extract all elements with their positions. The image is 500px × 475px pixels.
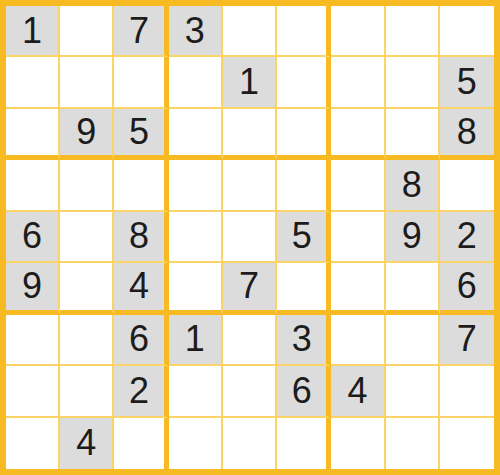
cell-r9c1[interactable]: [6, 418, 60, 469]
cell-r8c6: 6: [277, 366, 331, 417]
cell-r7c1[interactable]: [6, 315, 60, 366]
cell-r5c1: 6: [6, 212, 60, 263]
cell-r3c4[interactable]: [169, 109, 223, 160]
cell-r9c9[interactable]: [440, 418, 494, 469]
cell-r3c5[interactable]: [223, 109, 277, 160]
cell-r2c5: 1: [223, 57, 277, 108]
cell-r5c5[interactable]: [223, 212, 277, 263]
cell-r7c6: 3: [277, 315, 331, 366]
cell-r6c7[interactable]: [331, 263, 385, 314]
cell-r9c2: 4: [60, 418, 114, 469]
cell-r9c3[interactable]: [114, 418, 168, 469]
cell-r5c8: 9: [386, 212, 440, 263]
cell-r8c1[interactable]: [6, 366, 60, 417]
cell-r4c7[interactable]: [331, 160, 385, 211]
cell-r1c6[interactable]: [277, 6, 331, 57]
cell-r4c6[interactable]: [277, 160, 331, 211]
cell-r8c9[interactable]: [440, 366, 494, 417]
cell-r3c9: 8: [440, 109, 494, 160]
cell-r1c4: 3: [169, 6, 223, 57]
cell-r6c2[interactable]: [60, 263, 114, 314]
cell-r6c3: 4: [114, 263, 168, 314]
cell-r2c9: 5: [440, 57, 494, 108]
cell-r3c2: 9: [60, 109, 114, 160]
cell-r4c9[interactable]: [440, 160, 494, 211]
cell-r7c2[interactable]: [60, 315, 114, 366]
cell-r3c1[interactable]: [6, 109, 60, 160]
cell-r4c4[interactable]: [169, 160, 223, 211]
cell-r1c9[interactable]: [440, 6, 494, 57]
cell-r9c4[interactable]: [169, 418, 223, 469]
cell-r4c1[interactable]: [6, 160, 60, 211]
cell-r7c9: 7: [440, 315, 494, 366]
cell-r2c2[interactable]: [60, 57, 114, 108]
cell-r8c3: 2: [114, 366, 168, 417]
cell-r4c5[interactable]: [223, 160, 277, 211]
cell-r4c3[interactable]: [114, 160, 168, 211]
cell-r9c5[interactable]: [223, 418, 277, 469]
cell-r9c7[interactable]: [331, 418, 385, 469]
cell-r2c1[interactable]: [6, 57, 60, 108]
cell-r6c4[interactable]: [169, 263, 223, 314]
cell-r5c7[interactable]: [331, 212, 385, 263]
cell-r6c8[interactable]: [386, 263, 440, 314]
cell-r1c1: 1: [6, 6, 60, 57]
cell-r7c3: 6: [114, 315, 168, 366]
cell-r5c2[interactable]: [60, 212, 114, 263]
cell-r6c6[interactable]: [277, 263, 331, 314]
cell-r5c4[interactable]: [169, 212, 223, 263]
cell-r1c5[interactable]: [223, 6, 277, 57]
cell-r7c7[interactable]: [331, 315, 385, 366]
cell-r2c7[interactable]: [331, 57, 385, 108]
cell-r4c2[interactable]: [60, 160, 114, 211]
cell-r5c3: 8: [114, 212, 168, 263]
cell-r3c3: 5: [114, 109, 168, 160]
cell-r9c8[interactable]: [386, 418, 440, 469]
cell-r8c2[interactable]: [60, 366, 114, 417]
cell-r2c4[interactable]: [169, 57, 223, 108]
cell-r3c7[interactable]: [331, 109, 385, 160]
cell-r3c6[interactable]: [277, 109, 331, 160]
cell-r6c1: 9: [6, 263, 60, 314]
cell-r1c2[interactable]: [60, 6, 114, 57]
cell-r5c9: 2: [440, 212, 494, 263]
cell-r7c8[interactable]: [386, 315, 440, 366]
cell-r8c8[interactable]: [386, 366, 440, 417]
cell-r8c7: 4: [331, 366, 385, 417]
cell-r1c7[interactable]: [331, 6, 385, 57]
cell-r7c5[interactable]: [223, 315, 277, 366]
cell-r8c4[interactable]: [169, 366, 223, 417]
cell-r6c5: 7: [223, 263, 277, 314]
cell-r1c3: 7: [114, 6, 168, 57]
cell-r2c3[interactable]: [114, 57, 168, 108]
cell-r2c8[interactable]: [386, 57, 440, 108]
cell-r5c6: 5: [277, 212, 331, 263]
cell-r4c8: 8: [386, 160, 440, 211]
cell-r2c6[interactable]: [277, 57, 331, 108]
cell-r7c4: 1: [169, 315, 223, 366]
cell-r9c6[interactable]: [277, 418, 331, 469]
cell-r8c5[interactable]: [223, 366, 277, 417]
cell-r6c9: 6: [440, 263, 494, 314]
sudoku-board: 17315958868592947661372644: [0, 0, 500, 475]
cell-r3c8[interactable]: [386, 109, 440, 160]
cell-r1c8[interactable]: [386, 6, 440, 57]
